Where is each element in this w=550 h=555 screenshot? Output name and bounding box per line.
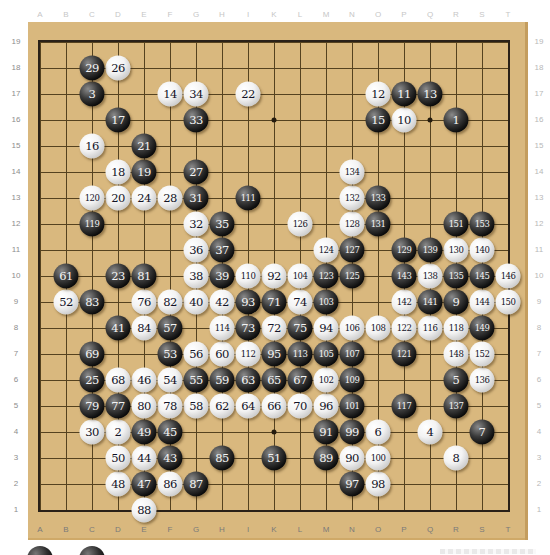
board-cell <box>404 146 430 172</box>
stone-white-144-S9: 144 <box>470 290 495 315</box>
board-cell <box>118 224 144 250</box>
board-cell <box>300 484 326 510</box>
stone-black-21-E15: 21 <box>132 134 157 159</box>
move-number: 108 <box>371 324 386 333</box>
stone-white-94-M8: 94 <box>314 316 339 341</box>
move-number: 69 <box>85 348 99 360</box>
move-number: 123 <box>319 272 334 281</box>
move-number: 86 <box>163 478 177 490</box>
row-label-left-8: 8 <box>14 324 18 332</box>
board-cell <box>404 42 430 68</box>
col-label-bottom-T: T <box>506 526 511 534</box>
stone-white-74-L9: 74 <box>288 290 313 315</box>
col-label-bottom-A: A <box>37 526 42 534</box>
board-cell <box>274 68 300 94</box>
stone-white-58-G5: 58 <box>184 394 209 419</box>
board-cell <box>482 172 508 198</box>
stone-white-66-K5: 66 <box>262 394 287 419</box>
hoshi-point-K4 <box>272 430 277 435</box>
move-number: 34 <box>189 88 203 100</box>
move-number: 52 <box>59 296 73 308</box>
row-label-left-1: 1 <box>14 506 18 514</box>
col-label-top-F: F <box>168 11 173 19</box>
move-number: 47 <box>137 478 151 490</box>
stone-black-81-E10: 81 <box>132 264 157 289</box>
board-cell <box>300 68 326 94</box>
stone-white-48-D2: 48 <box>106 472 131 497</box>
board-cell <box>40 406 66 432</box>
move-number: 45 <box>163 426 177 438</box>
col-label-top-S: S <box>479 11 484 19</box>
move-number: 44 <box>137 452 151 464</box>
stone-black-83-C9: 83 <box>80 290 105 315</box>
row-label-right-4: 4 <box>537 428 541 436</box>
stone-black-43-F3: 43 <box>158 446 183 471</box>
move-number: 7 <box>479 426 486 438</box>
stone-black-63-I6: 63 <box>236 368 261 393</box>
board-cell <box>40 172 66 198</box>
col-label-top-R: R <box>453 11 459 19</box>
stone-white-120-C13: 120 <box>80 186 105 211</box>
stone-black-107-N7: 107 <box>340 342 365 367</box>
stone-black-15-O16: 15 <box>366 108 391 133</box>
board-cell <box>326 120 352 146</box>
row-label-right-15: 15 <box>535 142 544 150</box>
stone-black-151-R12: 151 <box>444 212 469 237</box>
move-number: 137 <box>449 402 464 411</box>
row-label-right-5: 5 <box>537 402 541 410</box>
board-cell <box>248 120 274 146</box>
move-number: 131 <box>371 220 386 229</box>
move-number: 118 <box>449 324 464 333</box>
stone-white-78-F5: 78 <box>158 394 183 419</box>
col-label-bottom-H: H <box>219 526 225 534</box>
board-cell <box>482 484 508 510</box>
board-cell <box>326 94 352 120</box>
move-number: 122 <box>397 324 412 333</box>
stone-white-28-F13: 28 <box>158 186 183 211</box>
move-number: 21 <box>137 140 151 152</box>
stone-black-29-C18: 29 <box>80 56 105 81</box>
board-cell <box>482 458 508 484</box>
stone-white-36-G11: 36 <box>184 238 209 263</box>
stone-black-143-P10: 143 <box>392 264 417 289</box>
move-number: 38 <box>189 270 203 282</box>
move-number: 43 <box>163 452 177 464</box>
stone-black-55-G6: 55 <box>184 368 209 393</box>
col-label-top-K: K <box>271 11 276 19</box>
hoshi-point-K16 <box>272 118 277 123</box>
stone-black-45-F4: 45 <box>158 420 183 445</box>
stone-white-62-H5: 62 <box>210 394 235 419</box>
col-label-top-C: C <box>89 11 95 19</box>
stone-black-125-N10: 125 <box>340 264 365 289</box>
board-cell <box>456 484 482 510</box>
move-number: 133 <box>371 194 386 203</box>
row-label-left-9: 9 <box>14 298 18 306</box>
board-cell <box>430 42 456 68</box>
stone-black-67-L6: 67 <box>288 368 313 393</box>
board-cell <box>222 42 248 68</box>
move-number: 150 <box>501 298 516 307</box>
row-label-left-13: 13 <box>12 194 21 202</box>
board-cell <box>326 68 352 94</box>
move-number: 130 <box>449 246 464 255</box>
move-number: 57 <box>163 322 177 334</box>
watermark <box>440 549 536 554</box>
stone-white-44-E3: 44 <box>132 446 157 471</box>
move-number: 105 <box>319 350 334 359</box>
stone-white-118-R8: 118 <box>444 316 469 341</box>
board-cell <box>404 172 430 198</box>
move-number: 146 <box>501 272 516 281</box>
row-label-left-18: 18 <box>12 64 21 72</box>
move-number: 72 <box>267 322 281 334</box>
move-number: 92 <box>267 270 281 282</box>
move-number: 15 <box>371 114 385 126</box>
move-number: 151 <box>449 220 464 229</box>
col-label-top-I: I <box>247 11 249 19</box>
stone-black-37-H11: 37 <box>210 238 235 263</box>
row-label-left-16: 16 <box>12 116 21 124</box>
stone-white-152-S7: 152 <box>470 342 495 367</box>
stone-black-135-R10: 135 <box>444 264 469 289</box>
stone-black-117-P5: 117 <box>392 394 417 419</box>
row-label-right-12: 12 <box>535 220 544 228</box>
stone-white-16-C15: 16 <box>80 134 105 159</box>
col-label-top-E: E <box>141 11 146 19</box>
stone-black-73-I8: 73 <box>236 316 261 341</box>
move-number: 135 <box>449 272 464 281</box>
stone-black-5-R6: 5 <box>444 368 469 393</box>
move-number: 89 <box>319 452 333 464</box>
move-number: 114 <box>215 324 230 333</box>
move-number: 113 <box>293 350 308 359</box>
move-number: 112 <box>241 350 256 359</box>
move-number: 110 <box>241 272 256 281</box>
move-number: 54 <box>163 374 177 386</box>
stone-white-150-T9: 150 <box>496 290 521 315</box>
stone-black-127-N11: 127 <box>340 238 365 263</box>
stone-black-71-K9: 71 <box>262 290 287 315</box>
move-number: 37 <box>215 244 229 256</box>
move-number: 80 <box>137 400 151 412</box>
stone-white-18-D14: 18 <box>106 160 131 185</box>
stone-white-96-M5: 96 <box>314 394 339 419</box>
col-label-bottom-E: E <box>141 526 146 534</box>
move-number: 96 <box>319 400 333 412</box>
move-number: 55 <box>189 374 203 386</box>
stone-black-51-K3: 51 <box>262 446 287 471</box>
row-label-right-17: 17 <box>535 90 544 98</box>
move-number: 140 <box>475 246 490 255</box>
move-number: 106 <box>345 324 360 333</box>
row-label-left-2: 2 <box>14 480 18 488</box>
board-cell <box>40 432 66 458</box>
board-cell <box>40 68 66 94</box>
stone-black-91-M4: 91 <box>314 420 339 445</box>
col-label-top-A: A <box>37 11 42 19</box>
move-number: 138 <box>423 272 438 281</box>
stone-white-2-D4: 2 <box>106 420 131 445</box>
move-number: 24 <box>137 192 151 204</box>
stone-white-146-T10: 146 <box>496 264 521 289</box>
board-cell <box>222 120 248 146</box>
move-number: 63 <box>241 374 255 386</box>
stone-white-84-E8: 84 <box>132 316 157 341</box>
stone-white-90-N3: 90 <box>340 446 365 471</box>
stone-white-128-N12: 128 <box>340 212 365 237</box>
move-number: 50 <box>111 452 125 464</box>
stone-black-11-P17: 11 <box>392 82 417 107</box>
move-number: 39 <box>215 270 229 282</box>
move-number: 68 <box>111 374 125 386</box>
move-number: 126 <box>293 220 308 229</box>
board-cell <box>248 42 274 68</box>
col-label-bottom-P: P <box>401 526 406 534</box>
col-label-bottom-B: B <box>63 526 68 534</box>
board-cell <box>430 146 456 172</box>
move-number: 134 <box>345 168 360 177</box>
stone-white-22-I17: 22 <box>236 82 261 107</box>
stone-black-23-D10: 23 <box>106 264 131 289</box>
move-number: 25 <box>85 374 99 386</box>
move-number: 13 <box>423 88 437 100</box>
move-number: 67 <box>293 374 307 386</box>
board-cell <box>40 380 66 406</box>
move-number: 22 <box>241 88 255 100</box>
stone-white-60-H7: 60 <box>210 342 235 367</box>
move-number: 32 <box>189 218 203 230</box>
move-number: 82 <box>163 296 177 308</box>
board-cell <box>326 42 352 68</box>
stone-white-136-S6: 136 <box>470 368 495 393</box>
stone-black-93-I9: 93 <box>236 290 261 315</box>
move-number: 136 <box>475 376 490 385</box>
move-number: 119 <box>85 220 100 229</box>
move-number: 129 <box>397 246 412 255</box>
stone-white-132-N13: 132 <box>340 186 365 211</box>
board-cell <box>300 120 326 146</box>
stone-black-137-R5: 137 <box>444 394 469 419</box>
board-cell <box>404 484 430 510</box>
stone-white-114-H8: 114 <box>210 316 235 341</box>
stone-white-100-O3: 100 <box>366 446 391 471</box>
move-number: 9 <box>453 296 460 308</box>
col-label-bottom-I: I <box>247 526 249 534</box>
col-label-top-L: L <box>298 11 302 19</box>
row-label-left-6: 6 <box>14 376 18 384</box>
stone-white-102-M6: 102 <box>314 368 339 393</box>
move-number: 61 <box>59 270 73 282</box>
board-cell <box>144 42 170 68</box>
col-label-top-N: N <box>349 11 355 19</box>
board-cell <box>248 146 274 172</box>
move-number: 58 <box>189 400 203 412</box>
col-label-bottom-L: L <box>298 526 302 534</box>
move-number: 23 <box>111 270 125 282</box>
stone-black-139-Q11: 139 <box>418 238 443 263</box>
stone-black-113-L7: 113 <box>288 342 313 367</box>
col-label-top-T: T <box>506 11 511 19</box>
stone-white-110-I10: 110 <box>236 264 261 289</box>
col-label-bottom-R: R <box>453 526 459 534</box>
move-number: 97 <box>345 478 359 490</box>
move-number: 4 <box>427 426 434 438</box>
row-label-left-4: 4 <box>14 428 18 436</box>
board-cell <box>40 120 66 146</box>
move-number: 81 <box>137 270 151 282</box>
row-label-left-12: 12 <box>12 220 21 228</box>
col-label-bottom-Q: Q <box>427 526 433 534</box>
move-number: 20 <box>111 192 125 204</box>
stone-black-95-K7: 95 <box>262 342 287 367</box>
move-number: 77 <box>111 400 125 412</box>
col-label-top-M: M <box>323 11 330 19</box>
move-number: 111 <box>241 194 256 203</box>
board-cell <box>248 224 274 250</box>
move-number: 26 <box>111 62 125 74</box>
move-number: 75 <box>293 322 307 334</box>
board-cell <box>378 42 404 68</box>
stone-white-4-Q4: 4 <box>418 420 443 445</box>
board-cell <box>248 484 274 510</box>
stone-black-129-P11: 129 <box>392 238 417 263</box>
move-number: 94 <box>319 322 333 334</box>
move-number: 30 <box>85 426 99 438</box>
stone-white-40-G9: 40 <box>184 290 209 315</box>
stone-white-130-R11: 130 <box>444 238 469 263</box>
stone-white-50-D3: 50 <box>106 446 131 471</box>
stone-white-52-B9: 52 <box>54 290 79 315</box>
row-label-right-7: 7 <box>537 350 541 358</box>
stone-black-133-O13: 133 <box>366 186 391 211</box>
move-number: 100 <box>371 454 386 463</box>
stone-white-116-Q8: 116 <box>418 316 443 341</box>
stone-white-148-R7: 148 <box>444 342 469 367</box>
stone-white-86-F2: 86 <box>158 472 183 497</box>
stone-white-76-E9: 76 <box>132 290 157 315</box>
move-number: 28 <box>163 192 177 204</box>
stone-black-75-L8: 75 <box>288 316 313 341</box>
move-number: 95 <box>267 348 281 360</box>
board-cell <box>378 146 404 172</box>
stone-black-77-D5: 77 <box>106 394 131 419</box>
move-number: 116 <box>423 324 438 333</box>
stone-white-42-H9: 42 <box>210 290 235 315</box>
stone-white-112-I7: 112 <box>236 342 261 367</box>
stone-white-124-M11: 124 <box>314 238 339 263</box>
move-number: 59 <box>215 374 229 386</box>
stone-black-3-C17: 3 <box>80 82 105 107</box>
board-cell <box>482 94 508 120</box>
stone-white-70-L5: 70 <box>288 394 313 419</box>
col-label-top-O: O <box>375 11 381 19</box>
stone-white-122-P8: 122 <box>392 316 417 341</box>
move-number: 65 <box>267 374 281 386</box>
move-number: 101 <box>345 402 360 411</box>
col-label-top-P: P <box>401 11 406 19</box>
stone-white-54-F6: 54 <box>158 368 183 393</box>
row-label-right-6: 6 <box>537 376 541 384</box>
stone-black-109-N6: 109 <box>340 368 365 393</box>
move-number: 17 <box>111 114 125 126</box>
move-number: 2 <box>115 426 122 438</box>
stone-white-80-E5: 80 <box>132 394 157 419</box>
board-cell <box>456 172 482 198</box>
stone-white-140-S11: 140 <box>470 238 495 263</box>
col-label-bottom-F: F <box>168 526 173 534</box>
move-number: 53 <box>163 348 177 360</box>
stone-black-49-E4: 49 <box>132 420 157 445</box>
stone-white-20-D13: 20 <box>106 186 131 211</box>
board-cell <box>482 146 508 172</box>
col-label-bottom-K: K <box>271 526 276 534</box>
stone-white-30-C4: 30 <box>80 420 105 445</box>
move-number: 48 <box>111 478 125 490</box>
move-number: 18 <box>111 166 125 178</box>
move-number: 71 <box>267 296 281 308</box>
stone-black-35-H12: 35 <box>210 212 235 237</box>
move-number: 145 <box>475 272 490 281</box>
move-number: 19 <box>137 166 151 178</box>
col-label-top-D: D <box>115 11 121 19</box>
move-number: 16 <box>85 140 99 152</box>
stone-black-25-C6: 25 <box>80 368 105 393</box>
stone-black-65-K6: 65 <box>262 368 287 393</box>
stone-white-68-D6: 68 <box>106 368 131 393</box>
board-cell <box>274 94 300 120</box>
move-number: 36 <box>189 244 203 256</box>
stone-white-46-E6: 46 <box>132 368 157 393</box>
row-label-left-11: 11 <box>12 246 20 254</box>
stone-black-19-E14: 19 <box>132 160 157 185</box>
stone-black-111-I13: 111 <box>236 186 261 211</box>
move-number: 35 <box>215 218 229 230</box>
col-label-bottom-D: D <box>115 526 121 534</box>
row-label-right-3: 3 <box>537 454 541 462</box>
col-label-bottom-G: G <box>193 526 199 534</box>
move-number: 148 <box>449 350 464 359</box>
stone-white-34-G17: 34 <box>184 82 209 107</box>
move-number: 62 <box>215 400 229 412</box>
stone-white-106-N8: 106 <box>340 316 365 341</box>
move-number: 40 <box>189 296 203 308</box>
move-number: 60 <box>215 348 229 360</box>
move-number: 73 <box>241 322 255 334</box>
stone-white-88-E1: 88 <box>132 498 157 523</box>
board-cell <box>300 42 326 68</box>
board-cell <box>40 42 66 68</box>
board-cell <box>482 42 508 68</box>
move-number: 109 <box>345 376 360 385</box>
move-number: 64 <box>241 400 255 412</box>
stone-black-41-D8: 41 <box>106 316 131 341</box>
col-label-top-Q: Q <box>427 11 433 19</box>
stone-black-141-Q9: 141 <box>418 290 443 315</box>
board-cell <box>274 42 300 68</box>
board-cell <box>482 120 508 146</box>
stone-black-7-S4: 7 <box>470 420 495 445</box>
move-number: 76 <box>137 296 151 308</box>
move-number: 14 <box>163 88 177 100</box>
board-cell <box>274 120 300 146</box>
move-number: 87 <box>189 478 203 490</box>
move-number: 33 <box>189 114 203 126</box>
move-number: 27 <box>189 166 203 178</box>
move-number: 102 <box>319 376 334 385</box>
board-cell <box>40 484 66 510</box>
